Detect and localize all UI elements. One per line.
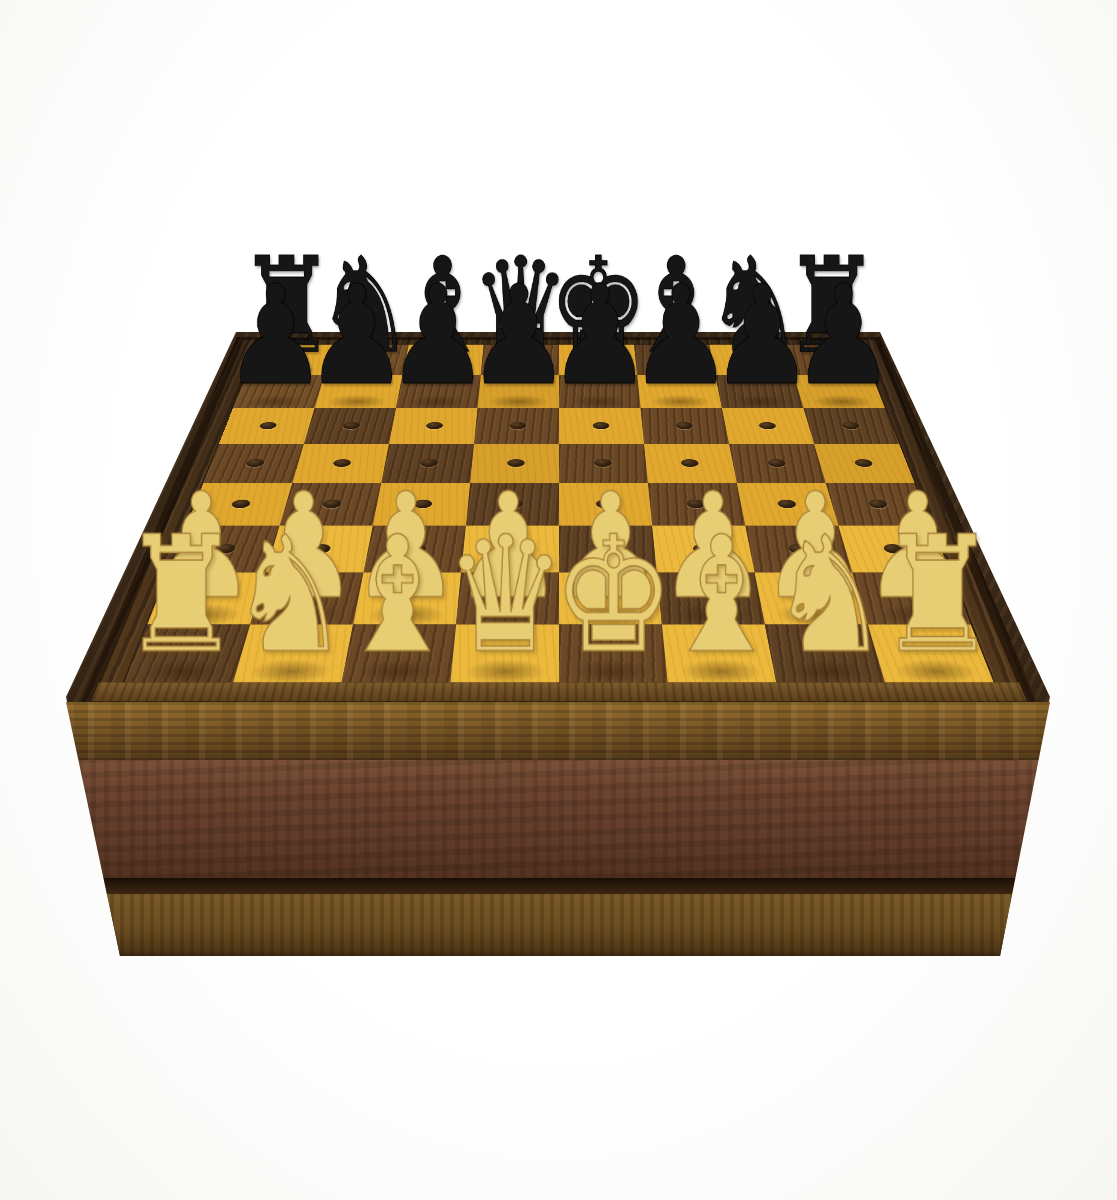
drawer-front[interactable] <box>0 760 1117 878</box>
piece-white-knight-b1[interactable]: ♞ <box>228 515 350 676</box>
square-f1[interactable]: ♝ <box>662 625 776 683</box>
square-h6[interactable] <box>803 408 899 444</box>
photo-stage: ♜♞♝♛♚♝♞♜♟♟♟♟♟♟♟♟♟♟♟♟♟♟♟♟♜♞♝♛♚♝♞♜ <box>0 0 1117 1200</box>
piece-white-bishop-f1[interactable]: ♝ <box>660 515 782 676</box>
square-h1[interactable]: ♜ <box>868 625 994 683</box>
square-b1[interactable]: ♞ <box>233 625 353 683</box>
square-h7[interactable]: ♟ <box>794 375 885 408</box>
chess-board: ♜♞♝♛♚♝♞♜♟♟♟♟♟♟♟♟♟♟♟♟♟♟♟♟♜♞♝♛♚♝♞♜ <box>79 337 1039 706</box>
peg-hole-h6 <box>841 422 860 429</box>
piece-white-bishop-c1[interactable]: ♝ <box>336 515 458 676</box>
square-d1[interactable]: ♛ <box>450 625 559 683</box>
square-b6[interactable] <box>304 408 396 444</box>
box-front <box>0 702 1117 956</box>
board-scene: ♜♞♝♛♚♝♞♜♟♟♟♟♟♟♟♟♟♟♟♟♟♟♟♟♜♞♝♛♚♝♞♜ <box>79 330 1039 706</box>
drawer-groove <box>0 878 1117 894</box>
box-base <box>0 894 1117 956</box>
peg-hole-f6 <box>675 422 693 429</box>
board-grid[interactable]: ♜♞♝♛♚♝♞♜♟♟♟♟♟♟♟♟♟♟♟♟♟♟♟♟♜♞♝♛♚♝♞♜ <box>124 345 993 683</box>
piece-white-king-e1[interactable]: ♚ <box>552 515 674 676</box>
square-a6[interactable] <box>219 408 315 444</box>
piece-black-pawn-h7[interactable]: ♟ <box>791 267 896 404</box>
square-c6[interactable] <box>389 408 478 444</box>
peg-hole-c6 <box>425 422 443 429</box>
peg-hole-g6 <box>758 422 776 429</box>
square-e6[interactable] <box>559 408 644 444</box>
box-top-lip <box>0 702 1117 760</box>
piece-white-knight-g1[interactable]: ♞ <box>768 515 890 676</box>
piece-white-rook-h1[interactable]: ♜ <box>876 515 998 676</box>
square-e1[interactable]: ♚ <box>559 625 668 683</box>
peg-hole-d6 <box>509 422 526 429</box>
piece-white-queen-d1[interactable]: ♛ <box>444 515 566 676</box>
square-c1[interactable]: ♝ <box>342 625 456 683</box>
peg-hole-e6 <box>592 422 609 429</box>
square-g1[interactable]: ♞ <box>765 625 885 683</box>
square-f6[interactable] <box>640 408 729 444</box>
piece-white-rook-a1[interactable]: ♜ <box>120 515 242 676</box>
square-g6[interactable] <box>722 408 814 444</box>
square-d6[interactable] <box>474 408 559 444</box>
peg-hole-a6 <box>258 422 277 429</box>
peg-hole-b6 <box>342 422 360 429</box>
